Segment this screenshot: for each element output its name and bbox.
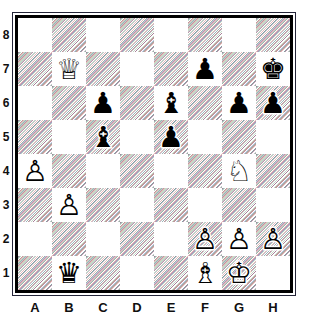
chess-diagram-page: 87654321 ♕♕♟♟♚♚♟♟♝♝♟♟♟♟♝♝♟♟♙♙♘♘♙♙♙♙♙♙♙♙♛… xyxy=(0,0,314,320)
square-h1[interactable] xyxy=(256,256,290,290)
square-g8[interactable] xyxy=(222,18,256,52)
piece-glyph: ♘ xyxy=(222,154,256,188)
square-h8[interactable] xyxy=(256,18,290,52)
rank-label-1: 1 xyxy=(0,256,12,290)
square-a4[interactable]: ♙♙ xyxy=(18,154,52,188)
square-e2[interactable] xyxy=(154,222,188,256)
piece-glyph: ♟ xyxy=(222,86,256,120)
square-e1[interactable] xyxy=(154,256,188,290)
file-label-A: A xyxy=(18,299,52,316)
square-e3[interactable] xyxy=(154,188,188,222)
piece-glyph: ♚ xyxy=(256,52,290,86)
rank-label-6: 6 xyxy=(0,86,12,120)
square-e5[interactable]: ♟♟ xyxy=(154,120,188,154)
square-d8[interactable] xyxy=(120,18,154,52)
square-f3[interactable] xyxy=(188,188,222,222)
square-a3[interactable] xyxy=(18,188,52,222)
piece-glyph: ♕ xyxy=(52,52,86,86)
square-h6[interactable]: ♟♟ xyxy=(256,86,290,120)
piece-glyph: ♙ xyxy=(188,222,222,256)
black-queen: ♛♛ xyxy=(52,256,86,290)
white-pawn: ♙♙ xyxy=(256,222,290,256)
square-h3[interactable] xyxy=(256,188,290,222)
square-b3[interactable]: ♙♙ xyxy=(52,188,86,222)
square-d1[interactable] xyxy=(120,256,154,290)
square-b5[interactable] xyxy=(52,120,86,154)
square-f5[interactable] xyxy=(188,120,222,154)
chess-board: ♕♕♟♟♚♚♟♟♝♝♟♟♟♟♝♝♟♟♙♙♘♘♙♙♙♙♙♙♙♙♛♛♗♗♔♔ xyxy=(15,15,293,293)
square-a8[interactable] xyxy=(18,18,52,52)
square-a2[interactable] xyxy=(18,222,52,256)
square-d2[interactable] xyxy=(120,222,154,256)
square-b6[interactable] xyxy=(52,86,86,120)
piece-glyph: ♙ xyxy=(52,188,86,222)
square-e7[interactable] xyxy=(154,52,188,86)
file-label-E: E xyxy=(154,299,188,316)
white-pawn: ♙♙ xyxy=(52,188,86,222)
piece-glyph: ♝ xyxy=(154,86,188,120)
square-b7[interactable]: ♕♕ xyxy=(52,52,86,86)
rank-label-2: 2 xyxy=(0,222,12,256)
square-c8[interactable] xyxy=(86,18,120,52)
piece-glyph: ♟ xyxy=(188,52,222,86)
square-e8[interactable] xyxy=(154,18,188,52)
square-a1[interactable] xyxy=(18,256,52,290)
rank-label-4: 4 xyxy=(0,154,12,188)
square-a7[interactable] xyxy=(18,52,52,86)
white-king: ♔♔ xyxy=(222,256,256,290)
file-label-B: B xyxy=(52,299,86,316)
square-d7[interactable] xyxy=(120,52,154,86)
white-pawn: ♙♙ xyxy=(222,222,256,256)
square-g5[interactable] xyxy=(222,120,256,154)
square-d5[interactable] xyxy=(120,120,154,154)
file-labels: ABCDEFGH xyxy=(18,299,290,316)
square-h5[interactable] xyxy=(256,120,290,154)
square-b8[interactable] xyxy=(52,18,86,52)
black-pawn: ♟♟ xyxy=(222,86,256,120)
piece-glyph: ♔ xyxy=(222,256,256,290)
square-c6[interactable]: ♟♟ xyxy=(86,86,120,120)
square-e6[interactable]: ♝♝ xyxy=(154,86,188,120)
piece-glyph: ♙ xyxy=(256,222,290,256)
square-h4[interactable] xyxy=(256,154,290,188)
black-pawn: ♟♟ xyxy=(154,120,188,154)
rank-labels: 87654321 xyxy=(0,18,12,290)
black-pawn: ♟♟ xyxy=(86,86,120,120)
piece-glyph: ♟ xyxy=(256,86,290,120)
square-g2[interactable]: ♙♙ xyxy=(222,222,256,256)
white-pawn: ♙♙ xyxy=(18,154,52,188)
black-bishop: ♝♝ xyxy=(154,86,188,120)
square-f2[interactable]: ♙♙ xyxy=(188,222,222,256)
white-bishop: ♗♗ xyxy=(188,256,222,290)
black-king: ♚♚ xyxy=(256,52,290,86)
piece-glyph: ♛ xyxy=(52,256,86,290)
piece-glyph: ♝ xyxy=(86,120,120,154)
square-c5[interactable]: ♝♝ xyxy=(86,120,120,154)
black-bishop: ♝♝ xyxy=(86,120,120,154)
square-d4[interactable] xyxy=(120,154,154,188)
square-g7[interactable] xyxy=(222,52,256,86)
square-f4[interactable] xyxy=(188,154,222,188)
square-b4[interactable] xyxy=(52,154,86,188)
square-f7[interactable]: ♟♟ xyxy=(188,52,222,86)
chess-board-frame: ♕♕♟♟♚♚♟♟♝♝♟♟♟♟♝♝♟♟♙♙♘♘♙♙♙♙♙♙♙♙♛♛♗♗♔♔ xyxy=(12,12,296,296)
square-b1[interactable]: ♛♛ xyxy=(52,256,86,290)
file-label-G: G xyxy=(222,299,256,316)
square-a5[interactable] xyxy=(18,120,52,154)
piece-glyph: ♗ xyxy=(188,256,222,290)
square-e4[interactable] xyxy=(154,154,188,188)
file-label-H: H xyxy=(256,299,290,316)
file-label-C: C xyxy=(86,299,120,316)
board-grid: ♕♕♟♟♚♚♟♟♝♝♟♟♟♟♝♝♟♟♙♙♘♘♙♙♙♙♙♙♙♙♛♛♗♗♔♔ xyxy=(18,18,290,290)
piece-glyph: ♙ xyxy=(18,154,52,188)
rank-label-8: 8 xyxy=(0,18,12,52)
black-pawn: ♟♟ xyxy=(188,52,222,86)
rank-label-3: 3 xyxy=(0,188,12,222)
square-g3[interactable] xyxy=(222,188,256,222)
square-b2[interactable] xyxy=(52,222,86,256)
square-c1[interactable] xyxy=(86,256,120,290)
square-g6[interactable]: ♟♟ xyxy=(222,86,256,120)
file-label-F: F xyxy=(188,299,222,316)
square-a6[interactable] xyxy=(18,86,52,120)
square-d6[interactable] xyxy=(120,86,154,120)
square-c4[interactable] xyxy=(86,154,120,188)
white-pawn: ♙♙ xyxy=(188,222,222,256)
piece-glyph: ♟ xyxy=(154,120,188,154)
rank-label-5: 5 xyxy=(0,120,12,154)
square-h7[interactable]: ♚♚ xyxy=(256,52,290,86)
square-c3[interactable] xyxy=(86,188,120,222)
square-g4[interactable]: ♘♘ xyxy=(222,154,256,188)
black-pawn: ♟♟ xyxy=(256,86,290,120)
square-f8[interactable] xyxy=(188,18,222,52)
file-label-D: D xyxy=(120,299,154,316)
white-knight: ♘♘ xyxy=(222,154,256,188)
piece-glyph: ♟ xyxy=(86,86,120,120)
white-queen: ♕♕ xyxy=(52,52,86,86)
square-d3[interactable] xyxy=(120,188,154,222)
square-c7[interactable] xyxy=(86,52,120,86)
rank-label-7: 7 xyxy=(0,52,12,86)
piece-glyph: ♙ xyxy=(222,222,256,256)
square-f6[interactable] xyxy=(188,86,222,120)
square-c2[interactable] xyxy=(86,222,120,256)
square-f1[interactable]: ♗♗ xyxy=(188,256,222,290)
square-h2[interactable]: ♙♙ xyxy=(256,222,290,256)
square-g1[interactable]: ♔♔ xyxy=(222,256,256,290)
